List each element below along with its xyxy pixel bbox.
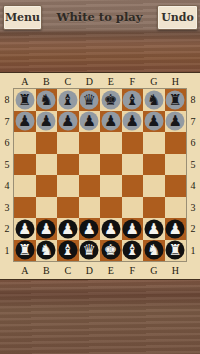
square-b4[interactable] — [36, 175, 58, 197]
piece-glyph: ♟ — [169, 112, 182, 131]
file-label-d: D — [79, 261, 101, 279]
piece-white-pawn[interactable]: ♟ — [144, 219, 163, 238]
piece-glyph: ♟ — [104, 112, 117, 131]
piece-glyph: ♜ — [18, 90, 31, 109]
square-a1[interactable]: ♜ — [14, 240, 36, 262]
square-d3[interactable] — [79, 197, 101, 219]
rank-label-4: 4 — [186, 175, 200, 197]
piece-glyph: ♟ — [147, 112, 160, 131]
file-label-h: H — [165, 261, 187, 279]
square-g3[interactable] — [143, 197, 165, 219]
top-bar: Menu White to play Undo — [0, 0, 200, 34]
square-b6[interactable] — [36, 132, 58, 154]
rank-label-8: 8 — [186, 89, 200, 111]
square-h8[interactable]: ♜ — [165, 89, 187, 111]
square-c3[interactable] — [57, 197, 79, 219]
square-a8[interactable]: ♜ — [14, 89, 36, 111]
file-label-g: G — [143, 261, 165, 279]
file-label-c: C — [57, 261, 79, 279]
square-d7[interactable]: ♟ — [79, 111, 101, 133]
square-h7[interactable]: ♟ — [165, 111, 187, 133]
square-h5[interactable] — [165, 154, 187, 176]
square-c4[interactable] — [57, 175, 79, 197]
rank-label-2: 2 — [186, 218, 200, 240]
menu-button[interactable]: Menu — [3, 5, 42, 30]
piece-black-knight[interactable]: ♞ — [144, 90, 163, 109]
piece-black-rook[interactable]: ♜ — [166, 90, 185, 109]
piece-glyph: ♞ — [147, 90, 160, 109]
square-h1[interactable]: ♜ — [165, 240, 187, 262]
piece-white-king[interactable]: ♚ — [101, 241, 120, 260]
board-squares: ♜♞♝♛♚♝♞♜♟♟♟♟♟♟♟♟♟♟♟♟♟♟♟♟♜♞♝♛♚♝♞♜ — [14, 89, 186, 261]
piece-black-knight[interactable]: ♞ — [37, 90, 56, 109]
piece-glyph: ♞ — [40, 241, 53, 260]
square-c1[interactable]: ♝ — [57, 240, 79, 262]
file-label-f: F — [122, 261, 144, 279]
square-b1[interactable]: ♞ — [36, 240, 58, 262]
square-f5[interactable] — [122, 154, 144, 176]
square-b7[interactable]: ♟ — [36, 111, 58, 133]
square-e1[interactable]: ♚ — [100, 240, 122, 262]
square-e2[interactable]: ♟ — [100, 218, 122, 240]
piece-glyph: ♜ — [169, 241, 182, 260]
square-b5[interactable] — [36, 154, 58, 176]
piece-glyph: ♟ — [169, 219, 182, 238]
file-label-h: H — [165, 73, 187, 89]
square-a5[interactable] — [14, 154, 36, 176]
square-d4[interactable] — [79, 175, 101, 197]
rank-labels-left: 87654321 — [0, 89, 14, 261]
file-label-d: D — [79, 73, 101, 89]
piece-white-knight[interactable]: ♞ — [37, 241, 56, 260]
square-f7[interactable]: ♟ — [122, 111, 144, 133]
square-b8[interactable]: ♞ — [36, 89, 58, 111]
rank-label-1: 1 — [0, 240, 14, 262]
piece-white-pawn[interactable]: ♟ — [15, 219, 34, 238]
file-label-b: B — [36, 261, 58, 279]
piece-black-bishop[interactable]: ♝ — [123, 90, 142, 109]
piece-glyph: ♝ — [61, 241, 74, 260]
piece-glyph: ♟ — [83, 112, 96, 131]
piece-white-knight[interactable]: ♞ — [144, 241, 163, 260]
piece-glyph: ♛ — [83, 241, 96, 260]
piece-black-pawn[interactable]: ♟ — [80, 112, 99, 131]
rank-label-6: 6 — [186, 132, 200, 154]
square-c7[interactable]: ♟ — [57, 111, 79, 133]
file-label-e: E — [100, 73, 122, 89]
file-labels-bottom: ABCDEFGH — [14, 261, 186, 279]
undo-button[interactable]: Undo — [157, 5, 198, 30]
square-c6[interactable] — [57, 132, 79, 154]
piece-glyph: ♟ — [40, 219, 53, 238]
file-labels-top: ABCDEFGH — [14, 73, 186, 89]
rank-label-5: 5 — [0, 154, 14, 176]
square-e6[interactable] — [100, 132, 122, 154]
piece-black-pawn[interactable]: ♟ — [123, 112, 142, 131]
rank-label-7: 7 — [0, 111, 14, 133]
piece-glyph: ♝ — [126, 241, 139, 260]
rank-labels-right: 87654321 — [186, 89, 200, 261]
square-g7[interactable]: ♟ — [143, 111, 165, 133]
file-label-a: A — [14, 73, 36, 89]
square-e3[interactable] — [100, 197, 122, 219]
piece-glyph: ♟ — [126, 219, 139, 238]
piece-glyph: ♟ — [18, 219, 31, 238]
rank-label-1: 1 — [186, 240, 200, 262]
square-a4[interactable] — [14, 175, 36, 197]
square-e7[interactable]: ♟ — [100, 111, 122, 133]
piece-black-rook[interactable]: ♜ — [15, 90, 34, 109]
piece-glyph: ♚ — [104, 90, 117, 109]
square-g8[interactable]: ♞ — [143, 89, 165, 111]
square-g4[interactable] — [143, 175, 165, 197]
square-h3[interactable] — [165, 197, 187, 219]
piece-glyph: ♟ — [61, 219, 74, 238]
piece-white-pawn[interactable]: ♟ — [80, 219, 99, 238]
square-c8[interactable]: ♝ — [57, 89, 79, 111]
piece-black-pawn[interactable]: ♟ — [166, 112, 185, 131]
piece-white-queen[interactable]: ♛ — [80, 241, 99, 260]
rank-label-3: 3 — [186, 197, 200, 219]
piece-glyph: ♜ — [169, 90, 182, 109]
piece-white-pawn[interactable]: ♟ — [37, 219, 56, 238]
square-d5[interactable] — [79, 154, 101, 176]
piece-glyph: ♟ — [83, 219, 96, 238]
piece-black-pawn[interactable]: ♟ — [144, 112, 163, 131]
file-label-f: F — [122, 73, 144, 89]
square-f1[interactable]: ♝ — [122, 240, 144, 262]
rank-label-2: 2 — [0, 218, 14, 240]
piece-white-bishop[interactable]: ♝ — [123, 241, 142, 260]
square-c5[interactable] — [57, 154, 79, 176]
piece-black-pawn[interactable]: ♟ — [15, 112, 34, 131]
piece-glyph: ♞ — [147, 241, 160, 260]
chess-app: Menu White to play Undo ABCDEFGH 8765432… — [0, 0, 200, 354]
piece-glyph: ♟ — [18, 112, 31, 131]
square-d6[interactable] — [79, 132, 101, 154]
square-b3[interactable] — [36, 197, 58, 219]
piece-glyph: ♟ — [126, 112, 139, 131]
square-f2[interactable]: ♟ — [122, 218, 144, 240]
chess-board: ABCDEFGH 87654321 ♜♞♝♛♚♝♞♜♟♟♟♟♟♟♟♟♟♟♟♟♟♟… — [0, 72, 200, 280]
piece-black-pawn[interactable]: ♟ — [58, 112, 77, 131]
piece-black-pawn[interactable]: ♟ — [37, 112, 56, 131]
rank-label-3: 3 — [0, 197, 14, 219]
square-f8[interactable]: ♝ — [122, 89, 144, 111]
piece-glyph: ♛ — [83, 90, 96, 109]
square-a3[interactable] — [14, 197, 36, 219]
piece-glyph: ♚ — [104, 241, 117, 260]
square-h2[interactable]: ♟ — [165, 218, 187, 240]
piece-white-pawn[interactable]: ♟ — [166, 219, 185, 238]
piece-glyph: ♟ — [147, 219, 160, 238]
square-g6[interactable] — [143, 132, 165, 154]
rank-label-4: 4 — [0, 175, 14, 197]
piece-glyph: ♞ — [40, 90, 53, 109]
rank-label-6: 6 — [0, 132, 14, 154]
piece-white-rook[interactable]: ♜ — [15, 241, 34, 260]
square-g1[interactable]: ♞ — [143, 240, 165, 262]
square-b2[interactable]: ♟ — [36, 218, 58, 240]
piece-glyph: ♜ — [18, 241, 31, 260]
square-g5[interactable] — [143, 154, 165, 176]
turn-indicator: White to play — [44, 0, 155, 34]
piece-glyph: ♟ — [61, 112, 74, 131]
piece-glyph: ♝ — [61, 90, 74, 109]
square-e8[interactable]: ♚ — [100, 89, 122, 111]
file-label-c: C — [57, 73, 79, 89]
square-d2[interactable]: ♟ — [79, 218, 101, 240]
square-f6[interactable] — [122, 132, 144, 154]
square-a6[interactable] — [14, 132, 36, 154]
square-g2[interactable]: ♟ — [143, 218, 165, 240]
square-e4[interactable] — [100, 175, 122, 197]
piece-black-queen[interactable]: ♛ — [80, 90, 99, 109]
rank-label-8: 8 — [0, 89, 14, 111]
piece-glyph: ♟ — [40, 112, 53, 131]
square-e5[interactable] — [100, 154, 122, 176]
piece-white-rook[interactable]: ♜ — [166, 241, 185, 260]
rank-label-5: 5 — [186, 154, 200, 176]
piece-glyph: ♟ — [104, 219, 117, 238]
file-label-e: E — [100, 261, 122, 279]
rank-label-7: 7 — [186, 111, 200, 133]
square-f3[interactable] — [122, 197, 144, 219]
piece-white-pawn[interactable]: ♟ — [123, 219, 142, 238]
square-d8[interactable]: ♛ — [79, 89, 101, 111]
file-label-g: G — [143, 73, 165, 89]
square-h6[interactable] — [165, 132, 187, 154]
square-a7[interactable]: ♟ — [14, 111, 36, 133]
piece-white-pawn[interactable]: ♟ — [58, 219, 77, 238]
piece-black-pawn[interactable]: ♟ — [101, 112, 120, 131]
piece-black-king[interactable]: ♚ — [101, 90, 120, 109]
piece-white-bishop[interactable]: ♝ — [58, 241, 77, 260]
piece-glyph: ♝ — [126, 90, 139, 109]
square-d1[interactable]: ♛ — [79, 240, 101, 262]
file-label-a: A — [14, 261, 36, 279]
piece-black-bishop[interactable]: ♝ — [58, 90, 77, 109]
piece-white-pawn[interactable]: ♟ — [101, 219, 120, 238]
square-a2[interactable]: ♟ — [14, 218, 36, 240]
square-f4[interactable] — [122, 175, 144, 197]
square-h4[interactable] — [165, 175, 187, 197]
file-label-b: B — [36, 73, 58, 89]
square-c2[interactable]: ♟ — [57, 218, 79, 240]
